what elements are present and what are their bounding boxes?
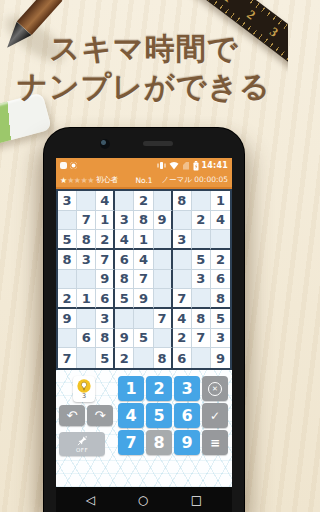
hero-title-line2: ナンプレができる — [0, 68, 288, 106]
cell-r1c5[interactable]: 2 — [134, 191, 153, 211]
cell-r5c6[interactable] — [154, 270, 173, 290]
cell-r3c9[interactable] — [211, 230, 230, 250]
earpiece-speaker — [143, 141, 173, 146]
cell-r8c8[interactable]: 7 — [192, 329, 211, 349]
cell-r8c6[interactable] — [154, 329, 173, 349]
cell-r4c5[interactable]: 4 — [134, 250, 153, 270]
cell-r8c5[interactable]: 5 — [134, 329, 153, 349]
cell-r4c2[interactable]: 3 — [77, 250, 96, 270]
cell-r5c3[interactable]: 9 — [96, 270, 115, 290]
cell-r8c2[interactable]: 6 — [77, 329, 96, 349]
cell-r7c5[interactable] — [134, 309, 153, 329]
cell-r9c4[interactable]: 2 — [115, 348, 134, 368]
numpad-key-5[interactable]: 5 — [146, 403, 172, 428]
nav-recents-button[interactable]: □ — [191, 493, 202, 507]
alarm-icon — [70, 162, 77, 169]
front-camera — [100, 139, 110, 149]
vibrate-icon — [157, 161, 166, 170]
cell-r4c7[interactable] — [173, 250, 192, 270]
cell-r8c4[interactable]: 9 — [115, 329, 134, 349]
cell-r6c6[interactable] — [154, 289, 173, 309]
battery-icon — [193, 161, 199, 171]
undo-button[interactable]: ↶ — [59, 405, 85, 426]
cell-r4c9[interactable]: 2 — [211, 250, 230, 270]
cell-r3c1[interactable]: 5 — [58, 230, 77, 250]
cell-r4c3[interactable]: 7 — [96, 250, 115, 270]
cell-r9c1[interactable]: 7 — [58, 348, 77, 368]
cell-r8c7[interactable]: 2 — [173, 329, 192, 349]
cell-r9c9[interactable]: 9 — [211, 348, 230, 368]
cell-r3c8[interactable] — [192, 230, 211, 250]
cell-r1c4[interactable] — [115, 191, 134, 211]
cell-r8c1[interactable] — [58, 329, 77, 349]
cell-r5c2[interactable] — [77, 270, 96, 290]
cell-r3c3[interactable]: 2 — [96, 230, 115, 250]
ruler-number-2: 2 — [244, 7, 259, 24]
numpad-key-9[interactable]: 9 — [174, 430, 200, 455]
cell-r7c8[interactable]: 8 — [192, 309, 211, 329]
cell-r7c4[interactable] — [115, 309, 134, 329]
numpad-key-6[interactable]: 6 — [174, 403, 200, 428]
cell-r5c9[interactable]: 6 — [211, 270, 230, 290]
cell-r9c2[interactable] — [77, 348, 96, 368]
cell-r2c1[interactable] — [58, 211, 77, 231]
cell-r6c4[interactable]: 5 — [115, 289, 134, 309]
numpad-key-2[interactable]: 2 — [146, 376, 172, 401]
cell-r1c6[interactable] — [154, 191, 173, 211]
numpad-key-7[interactable]: 7 — [118, 430, 144, 455]
nav-back-button[interactable]: ◁ — [86, 493, 95, 507]
cell-r6c5[interactable]: 9 — [134, 289, 153, 309]
cell-r1c1[interactable]: 3 — [58, 191, 77, 211]
numpad-key-1[interactable]: 1 — [118, 376, 144, 401]
cell-r1c8[interactable] — [192, 191, 211, 211]
cell-r1c7[interactable]: 8 — [173, 191, 192, 211]
cell-r2c6[interactable]: 9 — [154, 211, 173, 231]
phone-screen: 14:41 ★ ★★★★ 初心者 No.1 ノーマル 00:00:05 3428… — [56, 158, 232, 512]
cell-r3c2[interactable]: 8 — [77, 230, 96, 250]
cell-r7c9[interactable]: 5 — [211, 309, 230, 329]
numpad-key-3[interactable]: 3 — [174, 376, 200, 401]
menu-button[interactable]: ≡ — [202, 430, 228, 455]
memo-off-label: OFF — [76, 447, 88, 453]
cell-r3c7[interactable]: 3 — [173, 230, 192, 250]
wifi-icon — [169, 161, 179, 170]
cell-r2c4[interactable]: 3 — [115, 211, 134, 231]
check-button[interactable]: ✓ — [202, 403, 228, 428]
status-bar: 14:41 — [56, 158, 232, 173]
cell-r6c1[interactable]: 2 — [58, 289, 77, 309]
cell-r1c2[interactable] — [77, 191, 96, 211]
cell-r4c4[interactable]: 6 — [115, 250, 134, 270]
numpad-key-4[interactable]: 4 — [118, 403, 144, 428]
cell-r3c5[interactable]: 1 — [134, 230, 153, 250]
nav-home-button[interactable]: ○ — [138, 493, 148, 507]
cell-r5c5[interactable]: 7 — [134, 270, 153, 290]
cell-r9c8[interactable] — [192, 348, 211, 368]
cell-r3c4[interactable]: 4 — [115, 230, 134, 250]
cell-r1c3[interactable]: 4 — [96, 191, 115, 211]
cell-r2c5[interactable]: 8 — [134, 211, 153, 231]
cell-r5c1[interactable] — [58, 270, 77, 290]
cell-r4c8[interactable]: 5 — [192, 250, 211, 270]
undo-icon: ↶ — [67, 408, 78, 423]
cell-r6c9[interactable]: 8 — [211, 289, 230, 309]
cell-r7c1[interactable]: 9 — [58, 309, 77, 329]
cell-r9c5[interactable] — [134, 348, 153, 368]
cell-r4c1[interactable]: 8 — [58, 250, 77, 270]
sudoku-board: 3428171389245824138376452987362165978937… — [56, 189, 232, 370]
cell-r6c2[interactable]: 1 — [77, 289, 96, 309]
hero-title-line1: スキマ時間で — [0, 30, 288, 68]
cell-r6c8[interactable] — [192, 289, 211, 309]
redo-button[interactable]: ↷ — [87, 405, 113, 426]
hero-title: スキマ時間で ナンプレができる — [0, 30, 288, 106]
cell-r7c6[interactable]: 7 — [154, 309, 173, 329]
cell-r3c6[interactable] — [154, 230, 173, 250]
cell-r6c7[interactable]: 7 — [173, 289, 192, 309]
cell-r2c3[interactable]: 1 — [96, 211, 115, 231]
number-pad: 123✕456✓789≡ — [118, 376, 228, 455]
puzzle-number: No.1 — [56, 176, 232, 185]
cell-r2c9[interactable]: 4 — [211, 211, 230, 231]
ruler-number-3: 3 — [266, 24, 281, 41]
erase-button[interactable]: ✕ — [202, 376, 228, 401]
status-time: 14:41 — [202, 161, 228, 170]
memo-toggle-button[interactable]: OFF — [59, 432, 105, 456]
lightbulb-icon — [77, 379, 91, 393]
cell-r2c2[interactable]: 7 — [77, 211, 96, 231]
cell-r8c3[interactable]: 8 — [96, 329, 115, 349]
notification-app-icon — [60, 162, 67, 169]
cell-r8c9[interactable]: 3 — [211, 329, 230, 349]
hint-button[interactable]: 3 — [73, 376, 95, 402]
cell-r1c9[interactable]: 1 — [211, 191, 230, 211]
cell-r6c3[interactable]: 6 — [96, 289, 115, 309]
redo-icon: ↷ — [95, 408, 106, 423]
numpad-key-8[interactable]: 8 — [146, 430, 172, 455]
memo-pin-icon — [76, 435, 88, 447]
cell-r7c3[interactable]: 3 — [96, 309, 115, 329]
cell-r5c4[interactable]: 8 — [115, 270, 134, 290]
phone-mockup: 14:41 ★ ★★★★ 初心者 No.1 ノーマル 00:00:05 3428… — [44, 128, 244, 512]
cell-r5c7[interactable] — [173, 270, 192, 290]
cell-r4c6[interactable] — [154, 250, 173, 270]
android-nav-bar: ◁ ○ □ — [56, 487, 232, 512]
cell-r5c8[interactable]: 3 — [192, 270, 211, 290]
cell-r9c3[interactable]: 5 — [96, 348, 115, 368]
cell-r2c8[interactable]: 2 — [192, 211, 211, 231]
cell-r2c7[interactable] — [173, 211, 192, 231]
cell-r7c7[interactable]: 4 — [173, 309, 192, 329]
game-header: ★ ★★★★ 初心者 No.1 ノーマル 00:00:05 — [56, 173, 232, 189]
cell-r9c6[interactable]: 8 — [154, 348, 173, 368]
cell-r7c2[interactable] — [77, 309, 96, 329]
hint-count: 3 — [82, 393, 86, 400]
control-panel: 3 ↶ ↷ OFF 123✕456✓789≡ — [56, 370, 232, 487]
erase-icon: ✕ — [208, 382, 222, 396]
sim-signal-icon — [182, 161, 190, 170]
cell-r9c7[interactable]: 6 — [173, 348, 192, 368]
